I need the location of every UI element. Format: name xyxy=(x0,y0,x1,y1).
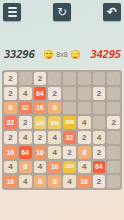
empty-cell xyxy=(63,102,76,115)
tile-16: 16 xyxy=(78,175,91,188)
empty-cell xyxy=(19,72,32,85)
tile-32: 32 xyxy=(63,131,76,144)
tile-16: 16 xyxy=(4,175,17,188)
tile-2: 2 xyxy=(34,131,47,144)
restart-button[interactable]: ↻ xyxy=(53,3,71,21)
tile-64: 64 xyxy=(93,161,106,174)
empty-cell xyxy=(93,116,106,129)
empty-cell xyxy=(93,72,106,85)
tile-4: 4 xyxy=(19,175,32,188)
tile-2: 2 xyxy=(63,146,76,159)
empty-cell xyxy=(107,87,120,100)
tile-8: 8 xyxy=(34,175,47,188)
tile-2: 2 xyxy=(4,72,17,85)
empty-cell xyxy=(78,102,91,115)
tile-2048: 2048 xyxy=(63,116,76,129)
tile-4: 4 xyxy=(78,116,91,129)
tile-256: 256 xyxy=(48,116,61,129)
tile-2: 2 xyxy=(93,87,106,100)
tile-4: 4 xyxy=(34,161,47,174)
board[interactable]: 2224642283216832212825620484224243224166… xyxy=(2,70,122,190)
tile-2: 2 xyxy=(48,87,61,100)
tile-128: 128 xyxy=(34,116,47,129)
tile-2: 2 xyxy=(107,116,120,129)
empty-cell xyxy=(107,175,120,188)
tile-8: 8 xyxy=(48,102,61,115)
tile-4: 4 xyxy=(63,175,76,188)
tile-16: 16 xyxy=(4,146,17,159)
smiley-icon[interactable] xyxy=(44,50,53,59)
empty-cell xyxy=(93,102,106,115)
menu-button[interactable] xyxy=(3,3,21,21)
board-size-label: 8x8 xyxy=(56,51,67,58)
undo-icon: ↶ xyxy=(107,6,117,18)
tile-4: 4 xyxy=(4,161,17,174)
tile-1024: 1024 xyxy=(63,161,76,174)
tile-2: 2 xyxy=(34,72,47,85)
tile-4: 4 xyxy=(19,131,32,144)
empty-cell xyxy=(63,87,76,100)
hamburger-icon xyxy=(8,7,17,9)
empty-cell xyxy=(48,72,61,85)
tile-4: 4 xyxy=(19,87,32,100)
empty-cell xyxy=(78,87,91,100)
tile-16: 16 xyxy=(34,146,47,159)
tile-8: 8 xyxy=(19,161,32,174)
tile-32: 32 xyxy=(4,116,17,129)
empty-cell xyxy=(107,161,120,174)
empty-cell xyxy=(63,72,76,85)
tile-2: 2 xyxy=(93,146,106,159)
tile-32: 32 xyxy=(19,102,32,115)
tile-64: 64 xyxy=(19,146,32,159)
tile-4: 4 xyxy=(48,131,61,144)
tile-2: 2 xyxy=(4,87,17,100)
smiley-icon[interactable] xyxy=(71,50,80,59)
tile-16: 16 xyxy=(34,102,47,115)
tile-2: 2 xyxy=(4,131,17,144)
tile-2: 2 xyxy=(78,131,91,144)
game-screen: ↻ ↶ 33296 8x8 34295 22246422832168322128… xyxy=(0,0,124,220)
tile-16: 16 xyxy=(48,161,61,174)
tile-2: 2 xyxy=(19,116,32,129)
tile-4: 4 xyxy=(93,131,106,144)
empty-cell xyxy=(107,131,120,144)
tile-4: 4 xyxy=(78,161,91,174)
tile-8: 8 xyxy=(4,102,17,115)
tile-8: 8 xyxy=(48,175,61,188)
empty-cell xyxy=(78,72,91,85)
undo-button[interactable]: ↶ xyxy=(103,3,121,21)
tile-4: 4 xyxy=(48,146,61,159)
score-row: 33296 8x8 34295 xyxy=(0,46,124,62)
empty-cell xyxy=(107,146,120,159)
tile-64: 64 xyxy=(34,87,47,100)
tile-8: 8 xyxy=(78,146,91,159)
tile-2: 2 xyxy=(93,175,106,188)
restart-icon: ↻ xyxy=(57,6,67,18)
best-score: 34295 xyxy=(90,48,121,61)
empty-cell xyxy=(107,102,120,115)
empty-cell xyxy=(107,72,120,85)
